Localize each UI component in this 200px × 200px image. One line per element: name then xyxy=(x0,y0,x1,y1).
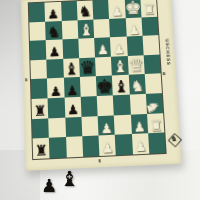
piece-black-pawn[interactable]: ♟ xyxy=(50,84,62,97)
piece-black-rook[interactable]: ♜ xyxy=(33,103,46,118)
square-a7[interactable] xyxy=(49,137,66,158)
square-f1[interactable] xyxy=(143,35,160,55)
square-f2[interactable] xyxy=(127,36,144,56)
square-f5[interactable] xyxy=(78,38,95,58)
photo-scene: abcdefgh abcdefgh 87654321 87654321 USCH… xyxy=(0,0,200,200)
piece-black-knight[interactable]: ♞ xyxy=(47,25,61,40)
piece-black-pawn[interactable]: ♟ xyxy=(47,8,59,21)
brand-text: USCHESS xyxy=(164,38,171,65)
piece-white-pawn[interactable]: ♟ xyxy=(97,43,109,56)
coordinate-label: 1 xyxy=(163,71,166,76)
piece-black-knight[interactable]: ♞ xyxy=(78,4,92,19)
piece-black-pawn[interactable]: ♟ xyxy=(67,103,79,117)
square-b5[interactable] xyxy=(81,116,98,137)
square-b6[interactable] xyxy=(65,117,82,138)
square-d1[interactable] xyxy=(145,74,162,94)
square-e8[interactable] xyxy=(30,59,47,79)
square-h8[interactable] xyxy=(29,3,46,22)
piece-white-pawn[interactable]: ♟ xyxy=(133,120,146,134)
captured-black-pawn[interactable]: ♟ xyxy=(41,177,57,195)
square-g3[interactable] xyxy=(110,18,127,38)
square-e7[interactable] xyxy=(47,59,64,79)
square-c5[interactable] xyxy=(81,96,98,116)
square-c7[interactable] xyxy=(48,98,65,118)
square-c3[interactable] xyxy=(113,95,130,115)
piece-white-bishop[interactable]: ♝ xyxy=(79,22,94,38)
piece-white-pawn[interactable]: ♟ xyxy=(128,23,140,36)
captured-black-bishop[interactable]: ♝ xyxy=(60,169,79,190)
piece-white-rook[interactable]: ♜ xyxy=(149,118,163,133)
piece-black-queen[interactable]: ♛ xyxy=(79,59,96,77)
knight-logo-icon: ♞ xyxy=(170,135,178,144)
piece-white-pawn[interactable]: ♟ xyxy=(100,121,112,135)
square-d5[interactable] xyxy=(80,77,97,97)
rank-labels-left: 87654321 xyxy=(23,4,27,160)
square-h6[interactable] xyxy=(61,1,78,20)
square-h4[interactable] xyxy=(93,0,110,19)
piece-black-pawn[interactable]: ♟ xyxy=(48,46,60,59)
piece-white-king[interactable]: ♚ xyxy=(124,0,142,18)
piece-white-bishop[interactable]: ♝ xyxy=(113,59,128,75)
piece-black-pawn[interactable]: ♟ xyxy=(66,83,78,96)
square-g8[interactable] xyxy=(29,21,46,41)
square-a6[interactable] xyxy=(66,136,83,157)
square-a1[interactable] xyxy=(148,133,166,154)
square-b8[interactable] xyxy=(32,118,49,139)
square-g1[interactable] xyxy=(142,16,159,36)
square-b3[interactable] xyxy=(114,114,131,135)
square-g4[interactable] xyxy=(93,19,110,39)
piece-white-pawn[interactable]: ♟ xyxy=(134,140,147,154)
square-f6[interactable] xyxy=(62,39,79,59)
square-g6[interactable] xyxy=(61,20,78,40)
square-a3[interactable] xyxy=(115,134,133,155)
piece-white-pawn[interactable]: ♟ xyxy=(101,141,113,155)
coordinate-label: 1 xyxy=(25,77,28,82)
knight-diamond-logo: ♞ xyxy=(167,132,180,147)
piece-black-rook[interactable]: ♜ xyxy=(35,143,48,158)
piece-white-knight[interactable]: ♞ xyxy=(130,79,144,95)
square-e1[interactable] xyxy=(144,54,161,74)
square-d8[interactable] xyxy=(31,79,48,99)
piece-white-queen[interactable]: ♛ xyxy=(128,56,145,74)
piece-black-bishop[interactable]: ♝ xyxy=(64,61,79,77)
piece-black-king[interactable]: ♚ xyxy=(96,76,114,96)
piece-black-bishop[interactable]: ♝ xyxy=(113,78,128,95)
square-a5[interactable] xyxy=(82,136,99,157)
coordinate-label: h xyxy=(98,157,101,162)
square-f8[interactable] xyxy=(30,40,47,60)
piece-white-rook[interactable]: ♜ xyxy=(143,3,156,17)
piece-white-pawn[interactable]: ♟ xyxy=(113,43,125,56)
chess-mat: abcdefgh abcdefgh 87654321 87654321 USCH… xyxy=(21,0,182,171)
square-c4[interactable] xyxy=(97,95,114,115)
square-b7[interactable] xyxy=(48,117,65,138)
piece-white-pawn[interactable]: ♟ xyxy=(111,5,123,18)
